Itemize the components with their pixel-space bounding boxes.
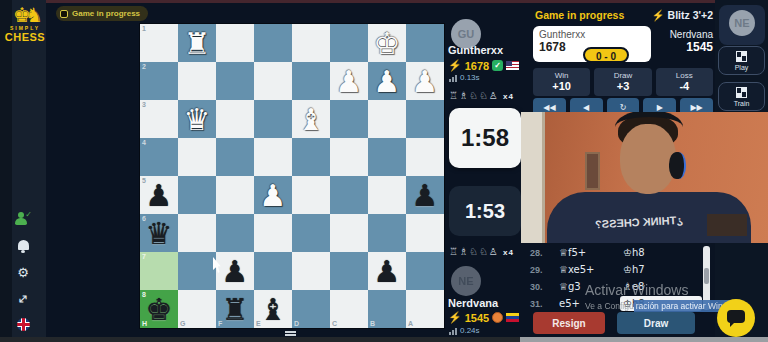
square-f6[interactable] <box>216 214 254 252</box>
black-player-avatar[interactable]: NE <box>451 266 481 296</box>
rank-label: 8 <box>142 291 146 298</box>
square-c8[interactable]: C <box>330 290 368 328</box>
rank-label: 3 <box>142 101 146 108</box>
piece-wP-b2: ♟ <box>368 62 406 100</box>
move-number: 31. <box>530 299 556 309</box>
scrollbar-thumb[interactable] <box>704 268 709 284</box>
piece-bP-a5: ♟ <box>406 176 444 214</box>
black-captured-tray: ♖♗♘♘♙ x4 <box>449 246 514 257</box>
file-label: F <box>218 320 222 327</box>
blitz-bolt-icon: ⚡ <box>652 9 665 21</box>
square-g5[interactable] <box>178 176 216 214</box>
square-a4[interactable] <box>406 138 444 176</box>
train-button[interactable]: Train <box>718 82 765 111</box>
square-h4[interactable]: 4 <box>140 138 178 176</box>
webcam-headphones-cup <box>669 152 686 179</box>
webcam-picture-frame <box>585 152 600 190</box>
file-label: A <box>408 320 413 327</box>
square-b7[interactable]: ♟ <box>368 252 406 290</box>
rating-bolt-icon: ⚡ <box>448 59 462 72</box>
top-edge-strip <box>0 0 768 3</box>
square-e1[interactable] <box>254 24 292 62</box>
file-label: C <box>332 320 337 327</box>
windows-watermark-line1: Activar Windows <box>585 282 688 298</box>
square-b5[interactable] <box>368 176 406 214</box>
square-d7[interactable] <box>292 252 330 290</box>
account-avatar-pill[interactable]: NE <box>719 5 765 45</box>
square-d1[interactable] <box>292 24 330 62</box>
draw-offer-button[interactable]: Draw <box>617 312 695 334</box>
square-c4[interactable] <box>330 138 368 176</box>
square-f2[interactable] <box>216 62 254 100</box>
square-c7[interactable] <box>330 252 368 290</box>
play-button[interactable]: Play <box>718 46 765 75</box>
file-label: G <box>180 320 185 327</box>
square-d3[interactable]: ♝ <box>292 100 330 138</box>
square-g6[interactable] <box>178 214 216 252</box>
fullscreen-expand-icon[interactable]: ↔ <box>15 292 31 308</box>
black-player-name[interactable]: Nerdvana <box>448 297 498 309</box>
square-f1[interactable] <box>216 24 254 62</box>
streak-badge-icon <box>492 312 503 323</box>
webcam-background-object <box>707 214 747 236</box>
square-h6[interactable]: 6♛ <box>140 214 178 252</box>
piece-wB-d3: ♝ <box>292 100 330 138</box>
time-control-label: ⚡ Blitz 3'+2 <box>613 9 713 22</box>
square-f8[interactable]: F♜ <box>216 290 254 328</box>
piece-wP-e5: ♟ <box>254 176 292 214</box>
pill-board-icon <box>60 10 68 18</box>
black-latency: 0.24s <box>460 326 480 335</box>
rank-label: 4 <box>142 139 146 146</box>
language-flag-icon[interactable] <box>15 318 31 334</box>
match-score-badge: 0 - 0 <box>583 47 629 63</box>
webcam-video[interactable]: ¿THINK CHESS? <box>521 112 768 243</box>
move-black[interactable]: ♔h8 <box>620 245 702 260</box>
square-e6[interactable] <box>254 214 292 252</box>
square-b6[interactable] <box>368 214 406 252</box>
square-e5[interactable]: ♟ <box>254 176 292 214</box>
game-in-progress-pill[interactable]: Game in progress <box>56 6 148 21</box>
square-f7[interactable]: ♟ <box>216 252 254 290</box>
rating-odds-row: Win+10 Draw+3 Loss-4 <box>533 68 713 96</box>
odds-win-box: Win+10 <box>533 68 590 96</box>
square-h7[interactable]: 7 <box>140 252 178 290</box>
simplychess-app: ♚♞ SIMPLY CHESS ✓ ⚙ ↔ Game in progress 1… <box>0 0 768 342</box>
square-a2[interactable]: ♟ <box>406 62 444 100</box>
square-d5[interactable] <box>292 176 330 214</box>
square-f5[interactable] <box>216 176 254 214</box>
square-g8[interactable]: G <box>178 290 216 328</box>
notifications-bell-icon[interactable] <box>15 240 31 256</box>
chat-bubble-button[interactable] <box>717 299 755 337</box>
verified-check-icon: ✓ <box>492 60 503 71</box>
online-status-icon[interactable]: ✓ <box>15 212 31 228</box>
piece-wK-b1: ♚ <box>368 24 406 62</box>
scoreboard-right-name: Nerdvana <box>655 29 713 40</box>
square-f4[interactable] <box>216 138 254 176</box>
move-white[interactable]: ♕f5+ <box>556 245 620 260</box>
white-latency-row: 0.13s <box>449 73 480 82</box>
square-h1[interactable]: 1 <box>140 24 178 62</box>
white-clock: 1:58 <box>449 108 521 168</box>
square-a1[interactable] <box>406 24 444 62</box>
square-h8[interactable]: 8H♚ <box>140 290 178 328</box>
logo-chess-text: CHESS <box>4 31 46 43</box>
scoreboard: Guntherxx 1678 Nerdvana 1545 0 - 0 <box>533 26 713 62</box>
file-label: B <box>370 320 375 327</box>
move-row: 28.♕f5+♔h8 <box>530 244 702 261</box>
rank-label: 2 <box>142 63 146 70</box>
white-player-rating-row: ⚡ 1678 ✓ <box>448 59 519 72</box>
square-c2[interactable]: ♟ <box>330 62 368 100</box>
ve-flag-icon <box>506 313 519 322</box>
odds-draw-box: Draw+3 <box>594 68 651 96</box>
square-e3[interactable] <box>254 100 292 138</box>
scoreboard-left-name: Guntherxx <box>539 29 645 40</box>
board-menu-icon[interactable] <box>285 331 296 336</box>
piece-bP-f7: ♟ <box>216 252 254 290</box>
square-c6[interactable] <box>330 214 368 252</box>
move-row: 29.♕xe5+♔h7 <box>530 261 702 278</box>
square-h3[interactable]: 3 <box>140 100 178 138</box>
file-label: H <box>142 320 147 327</box>
pill-label: Game in progress <box>72 9 140 18</box>
square-b1[interactable]: ♚ <box>368 24 406 62</box>
square-b4[interactable] <box>368 138 406 176</box>
odds-loss-box: Loss-4 <box>656 68 713 96</box>
move-number: 28. <box>530 248 556 258</box>
move-number: 29. <box>530 265 556 275</box>
square-c1[interactable] <box>330 24 368 62</box>
square-d8[interactable]: D <box>292 290 330 328</box>
piece-wP-c2: ♟ <box>330 62 368 100</box>
signal-bars-icon <box>449 75 457 82</box>
file-label: D <box>294 320 299 327</box>
piece-bP-b7: ♟ <box>368 252 406 290</box>
square-d6[interactable] <box>292 214 330 252</box>
train-board-icon <box>736 87 747 98</box>
square-g1[interactable]: ♜ <box>178 24 216 62</box>
us-flag-icon <box>506 61 519 70</box>
signal-bars-icon <box>449 328 457 335</box>
square-h5[interactable]: 5♟ <box>140 176 178 214</box>
black-player-rating-row: ⚡ 1545 <box>448 311 519 324</box>
white-player-name[interactable]: Guntherxx <box>448 44 503 56</box>
piece-wP-a2: ♟ <box>406 62 444 100</box>
square-a6[interactable] <box>406 214 444 252</box>
square-e4[interactable] <box>254 138 292 176</box>
square-e7[interactable] <box>254 252 292 290</box>
square-a3[interactable] <box>406 100 444 138</box>
white-captured-tray: ♖♗♘♘♙ x4 <box>449 90 514 101</box>
piece-wQ-g3: ♛ <box>178 100 216 138</box>
logo-pieces-icon: ♚♞ <box>4 5 46 25</box>
move-number: 30. <box>530 282 556 292</box>
move-white[interactable]: ♕xe5+ <box>556 262 620 277</box>
black-latency-row: 0.24s <box>449 326 480 335</box>
rank-label: 5 <box>142 177 146 184</box>
chess-board: 1♜♚2♟♟♟3♛♝45♟♟♟6♛7♟♟8H♚GF♜E♝DCBA <box>140 24 444 328</box>
webcam-door <box>521 112 545 243</box>
square-c5[interactable] <box>330 176 368 214</box>
scoreboard-right-card: Nerdvana 1545 <box>655 26 713 62</box>
square-a8[interactable]: A <box>406 290 444 328</box>
piece-wR-g1: ♜ <box>178 24 216 62</box>
account-avatar: NE <box>729 10 755 36</box>
taskbar-edge-strip <box>0 337 768 342</box>
square-h2[interactable]: 2 <box>140 62 178 100</box>
windows-watermark-line2: Ve a Configuración para activar Window <box>585 301 740 311</box>
move-black[interactable]: ♔h7 <box>620 262 702 277</box>
square-e2[interactable] <box>254 62 292 100</box>
black-player-rating: 1545 <box>465 312 489 324</box>
resign-button[interactable]: Resign <box>533 312 605 334</box>
game-status-text: Game in progress <box>535 9 624 21</box>
square-c3[interactable] <box>330 100 368 138</box>
rank-label: 1 <box>142 25 146 32</box>
chat-bubble-icon <box>727 310 745 323</box>
square-a7[interactable] <box>406 252 444 290</box>
square-g2[interactable] <box>178 62 216 100</box>
rank-label: 7 <box>142 253 146 260</box>
rating-bolt-icon: ⚡ <box>448 311 462 324</box>
file-label: E <box>256 320 261 327</box>
square-e8[interactable]: E♝ <box>254 290 292 328</box>
brand-logo[interactable]: ♚♞ SIMPLY CHESS <box>4 5 46 43</box>
square-a5[interactable]: ♟ <box>406 176 444 214</box>
settings-gear-icon[interactable]: ⚙ <box>15 266 31 282</box>
black-clock: 1:53 <box>449 186 521 236</box>
square-d4[interactable] <box>292 138 330 176</box>
rank-label: 6 <box>142 215 146 222</box>
square-f3[interactable] <box>216 100 254 138</box>
square-d2[interactable] <box>292 62 330 100</box>
square-g3[interactable]: ♛ <box>178 100 216 138</box>
square-b2[interactable]: ♟ <box>368 62 406 100</box>
square-b8[interactable]: B <box>368 290 406 328</box>
play-board-icon <box>736 51 747 62</box>
white-player-rating: 1678 <box>465 60 489 72</box>
square-g4[interactable] <box>178 138 216 176</box>
white-latency: 0.13s <box>460 73 480 82</box>
scoreboard-right-rating: 1545 <box>655 40 713 54</box>
square-b3[interactable] <box>368 100 406 138</box>
square-g7[interactable] <box>178 252 216 290</box>
